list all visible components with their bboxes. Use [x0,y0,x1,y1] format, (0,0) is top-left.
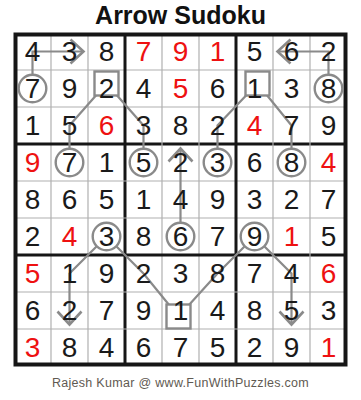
cell-r6c2: 4 [51,218,88,255]
cell-r9c7: 2 [236,329,273,366]
cell-r4c4: 5 [125,144,162,181]
cell-r5c2: 6 [51,181,88,218]
cell-r4c5: 2 [162,144,199,181]
cell-r7c1: 5 [14,255,51,292]
cell-r3c5: 8 [162,107,199,144]
cell-r3c4: 3 [125,107,162,144]
cell-r5c8: 2 [273,181,310,218]
cell-r8c8: 5 [273,292,310,329]
cell-r2c6: 6 [199,70,236,107]
cell-r3c8: 7 [273,107,310,144]
cell-r8c3: 7 [88,292,125,329]
cell-r2c7: 1 [236,70,273,107]
cell-r3c1: 1 [14,107,51,144]
cell-r3c6: 2 [199,107,236,144]
cell-r9c6: 5 [199,329,236,366]
cell-r4c9: 4 [310,144,347,181]
cell-r7c2: 1 [51,255,88,292]
cell-r8c1: 6 [14,292,51,329]
cell-r6c3: 3 [88,218,125,255]
cell-r1c7: 5 [236,33,273,70]
cell-r8c7: 8 [236,292,273,329]
cell-r4c7: 6 [236,144,273,181]
cell-r5c9: 7 [310,181,347,218]
cell-r4c3: 1 [88,144,125,181]
cell-r9c5: 7 [162,329,199,366]
cell-r7c5: 3 [162,255,199,292]
cell-r6c9: 5 [310,218,347,255]
cell-r3c9: 9 [310,107,347,144]
cell-r1c4: 7 [125,33,162,70]
cell-r1c5: 9 [162,33,199,70]
cell-r4c8: 8 [273,144,310,181]
cell-r4c1: 9 [14,144,51,181]
cell-r5c6: 9 [199,181,236,218]
cell-r6c5: 6 [162,218,199,255]
cell-r8c9: 3 [310,292,347,329]
cell-r2c2: 9 [51,70,88,107]
cell-r5c4: 1 [125,181,162,218]
cell-r9c1: 3 [14,329,51,366]
cell-r4c6: 3 [199,144,236,181]
cell-r2c5: 5 [162,70,199,107]
puzzle-title: Arrow Sudoku [0,0,361,30]
cell-r1c3: 8 [88,33,125,70]
cell-r4c2: 7 [51,144,88,181]
cell-r7c4: 2 [125,255,162,292]
cell-r7c7: 7 [236,255,273,292]
cell-r9c2: 8 [51,329,88,366]
cell-r5c7: 3 [236,181,273,218]
cell-r1c6: 1 [199,33,236,70]
sudoku-cells: 4387915627924561381563824799715236848651… [14,33,347,366]
cell-r7c9: 6 [310,255,347,292]
cell-r8c6: 4 [199,292,236,329]
cell-r6c6: 7 [199,218,236,255]
cell-r8c4: 9 [125,292,162,329]
cell-r2c1: 7 [14,70,51,107]
cell-r6c1: 2 [14,218,51,255]
cell-r7c8: 4 [273,255,310,292]
cell-r9c4: 6 [125,329,162,366]
sudoku-board: 4387915627924561381563824799715236848651… [14,33,347,366]
cell-r6c4: 8 [125,218,162,255]
cell-r8c2: 2 [51,292,88,329]
cell-r3c7: 4 [236,107,273,144]
cell-r5c3: 5 [88,181,125,218]
cell-r6c8: 1 [273,218,310,255]
cell-r3c3: 6 [88,107,125,144]
cell-r1c2: 3 [51,33,88,70]
cell-r6c7: 9 [236,218,273,255]
cell-r1c8: 6 [273,33,310,70]
cell-r5c5: 4 [162,181,199,218]
cell-r9c9: 1 [310,329,347,366]
cell-r2c3: 2 [88,70,125,107]
cell-r1c1: 4 [14,33,51,70]
cell-r9c3: 4 [88,329,125,366]
cell-r2c8: 3 [273,70,310,107]
cell-r5c1: 8 [14,181,51,218]
cell-r7c6: 8 [199,255,236,292]
cell-r1c9: 2 [310,33,347,70]
cell-r8c5: 1 [162,292,199,329]
cell-r3c2: 5 [51,107,88,144]
credit-caption: Rajesh Kumar @ www.FunWithPuzzles.com [0,376,361,396]
cell-r2c4: 4 [125,70,162,107]
cell-r2c9: 8 [310,70,347,107]
cell-r7c3: 9 [88,255,125,292]
cell-r9c8: 9 [273,329,310,366]
